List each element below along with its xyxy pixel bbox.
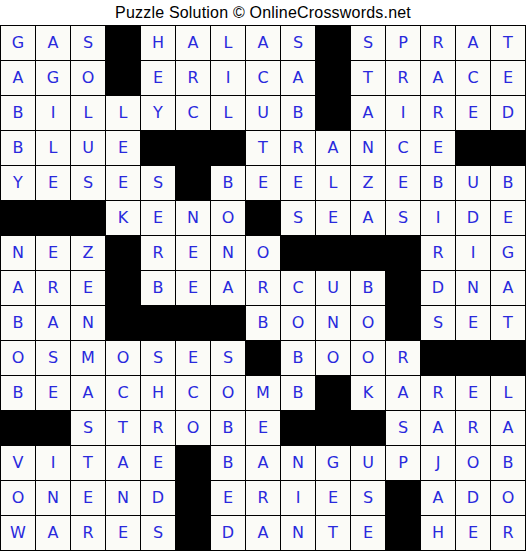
cell-r12c15: A bbox=[491, 411, 526, 446]
cell-r7c7: N bbox=[211, 236, 246, 271]
cell-r5c4: E bbox=[106, 166, 141, 201]
cell-r5c14: U bbox=[456, 166, 491, 201]
black-cell-r1c4 bbox=[106, 26, 141, 61]
cell-r5c9: E bbox=[281, 166, 316, 201]
cell-r10c3: M bbox=[71, 341, 106, 376]
crossword-grid: GASHALASSPRATAGOERICATRACEBILLYCLUBAIRED… bbox=[0, 25, 526, 551]
black-cell-r3c10 bbox=[316, 96, 351, 131]
black-cell-r11c10 bbox=[316, 376, 351, 411]
cell-r13c11: U bbox=[351, 446, 386, 481]
cell-r4c2: L bbox=[36, 131, 71, 166]
black-cell-r4c14 bbox=[456, 131, 491, 166]
cell-r9c8: B bbox=[246, 306, 281, 341]
cell-r1c12: P bbox=[386, 26, 421, 61]
page-title: Puzzle Solution © OnlineCrosswords.net bbox=[0, 0, 526, 25]
black-cell-r4c6 bbox=[176, 131, 211, 166]
cell-r6c14: D bbox=[456, 201, 491, 236]
cell-r7c5: R bbox=[141, 236, 176, 271]
cell-r14c1: O bbox=[1, 481, 36, 516]
black-cell-r12c11 bbox=[351, 411, 386, 446]
cell-r1c11: S bbox=[351, 26, 386, 61]
cell-r13c15: B bbox=[491, 446, 526, 481]
cell-r9c1: B bbox=[1, 306, 36, 341]
cell-r12c3: S bbox=[71, 411, 106, 446]
black-cell-r12c1 bbox=[1, 411, 36, 446]
cell-r10c10: O bbox=[316, 341, 351, 376]
cell-r15c8: A bbox=[246, 516, 281, 551]
cell-r1c7: L bbox=[211, 26, 246, 61]
cell-r15c5: S bbox=[141, 516, 176, 551]
cell-r3c1: B bbox=[1, 96, 36, 131]
cell-r8c7: A bbox=[211, 271, 246, 306]
cell-r7c2: E bbox=[36, 236, 71, 271]
black-cell-r9c12 bbox=[386, 306, 421, 341]
cell-r4c11: N bbox=[351, 131, 386, 166]
cell-r2c2: G bbox=[36, 61, 71, 96]
cell-r15c1: W bbox=[1, 516, 36, 551]
cell-r7c14: I bbox=[456, 236, 491, 271]
black-cell-r10c15 bbox=[491, 341, 526, 376]
cell-r5c3: S bbox=[71, 166, 106, 201]
cell-r11c9: B bbox=[281, 376, 316, 411]
cell-r1c6: A bbox=[176, 26, 211, 61]
cell-r3c12: I bbox=[386, 96, 421, 131]
black-cell-r6c3 bbox=[71, 201, 106, 236]
black-cell-r6c2 bbox=[36, 201, 71, 236]
cell-r7c3: Z bbox=[71, 236, 106, 271]
cell-r14c3: E bbox=[71, 481, 106, 516]
cell-r9c3: N bbox=[71, 306, 106, 341]
cell-r15c2: A bbox=[36, 516, 71, 551]
black-cell-r6c8 bbox=[246, 201, 281, 236]
cell-r6c6: N bbox=[176, 201, 211, 236]
cell-r11c4: C bbox=[106, 376, 141, 411]
cell-r15c4: E bbox=[106, 516, 141, 551]
cell-r12c5: R bbox=[141, 411, 176, 446]
cell-r5c1: Y bbox=[1, 166, 36, 201]
cell-r1c14: A bbox=[456, 26, 491, 61]
cell-r8c1: A bbox=[1, 271, 36, 306]
cell-r14c5: D bbox=[141, 481, 176, 516]
cell-r13c12: P bbox=[386, 446, 421, 481]
cell-r13c4: A bbox=[106, 446, 141, 481]
cell-r12c14: R bbox=[456, 411, 491, 446]
cell-r5c11: Z bbox=[351, 166, 386, 201]
cell-r10c12: R bbox=[386, 341, 421, 376]
black-cell-r7c11 bbox=[351, 236, 386, 271]
cell-r2c15: E bbox=[491, 61, 526, 96]
cell-r8c6: E bbox=[176, 271, 211, 306]
cell-r14c14: D bbox=[456, 481, 491, 516]
cell-r5c13: B bbox=[421, 166, 456, 201]
cell-r8c14: N bbox=[456, 271, 491, 306]
black-cell-r8c12 bbox=[386, 271, 421, 306]
cell-r12c7: B bbox=[211, 411, 246, 446]
cell-r3c9: B bbox=[281, 96, 316, 131]
cell-r11c2: E bbox=[36, 376, 71, 411]
cell-r8c11: B bbox=[351, 271, 386, 306]
black-cell-r9c6 bbox=[176, 306, 211, 341]
cell-r9c10: N bbox=[316, 306, 351, 341]
cell-r4c1: B bbox=[1, 131, 36, 166]
black-cell-r4c15 bbox=[491, 131, 526, 166]
cell-r13c3: T bbox=[71, 446, 106, 481]
cell-r5c7: B bbox=[211, 166, 246, 201]
cell-r6c9: S bbox=[281, 201, 316, 236]
cell-r3c14: E bbox=[456, 96, 491, 131]
cell-r7c15: G bbox=[491, 236, 526, 271]
cell-r8c5: B bbox=[141, 271, 176, 306]
cell-r11c6: C bbox=[176, 376, 211, 411]
cell-r6c11: A bbox=[351, 201, 386, 236]
black-cell-r9c5 bbox=[141, 306, 176, 341]
cell-r4c13: E bbox=[421, 131, 456, 166]
cell-r11c14: E bbox=[456, 376, 491, 411]
cell-r1c15: T bbox=[491, 26, 526, 61]
cell-r5c2: E bbox=[36, 166, 71, 201]
cell-r13c7: B bbox=[211, 446, 246, 481]
black-cell-r12c9 bbox=[281, 411, 316, 446]
cell-r15c13: H bbox=[421, 516, 456, 551]
cell-r1c3: S bbox=[71, 26, 106, 61]
cell-r9c14: E bbox=[456, 306, 491, 341]
cell-r9c15: T bbox=[491, 306, 526, 341]
cell-r15c11: E bbox=[351, 516, 386, 551]
cell-r6c15: E bbox=[491, 201, 526, 236]
cell-r5c5: S bbox=[141, 166, 176, 201]
cell-r9c11: O bbox=[351, 306, 386, 341]
black-cell-r9c7 bbox=[211, 306, 246, 341]
cell-r8c13: D bbox=[421, 271, 456, 306]
cell-r9c13: S bbox=[421, 306, 456, 341]
black-cell-r10c14 bbox=[456, 341, 491, 376]
cell-r11c11: K bbox=[351, 376, 386, 411]
black-cell-r12c10 bbox=[316, 411, 351, 446]
cell-r9c9: O bbox=[281, 306, 316, 341]
cell-r7c13: R bbox=[421, 236, 456, 271]
cell-r6c5: E bbox=[141, 201, 176, 236]
cell-r10c2: S bbox=[36, 341, 71, 376]
black-cell-r2c4 bbox=[106, 61, 141, 96]
black-cell-r14c12 bbox=[386, 481, 421, 516]
cell-r8c2: R bbox=[36, 271, 71, 306]
cell-r12c12: S bbox=[386, 411, 421, 446]
cell-r5c10: L bbox=[316, 166, 351, 201]
black-cell-r7c4 bbox=[106, 236, 141, 271]
cell-r10c9: B bbox=[281, 341, 316, 376]
cell-r15c15: R bbox=[491, 516, 526, 551]
cell-r3c8: U bbox=[246, 96, 281, 131]
cell-r6c12: S bbox=[386, 201, 421, 236]
cell-r13c9: N bbox=[281, 446, 316, 481]
cell-r3c6: C bbox=[176, 96, 211, 131]
cell-r8c8: R bbox=[246, 271, 281, 306]
cell-r11c5: H bbox=[141, 376, 176, 411]
cell-r4c4: E bbox=[106, 131, 141, 166]
black-cell-r7c9 bbox=[281, 236, 316, 271]
cell-r12c6: O bbox=[176, 411, 211, 446]
cell-r14c2: N bbox=[36, 481, 71, 516]
cell-r8c15: A bbox=[491, 271, 526, 306]
cell-r15c9: N bbox=[281, 516, 316, 551]
cell-r3c15: D bbox=[491, 96, 526, 131]
cell-r3c11: A bbox=[351, 96, 386, 131]
cell-r13c13: J bbox=[421, 446, 456, 481]
cell-r2c8: C bbox=[246, 61, 281, 96]
cell-r12c13: A bbox=[421, 411, 456, 446]
black-cell-r15c12 bbox=[386, 516, 421, 551]
cell-r8c9: C bbox=[281, 271, 316, 306]
cell-r4c12: C bbox=[386, 131, 421, 166]
cell-r14c4: N bbox=[106, 481, 141, 516]
black-cell-r12c2 bbox=[36, 411, 71, 446]
cell-r6c13: I bbox=[421, 201, 456, 236]
cell-r4c3: U bbox=[71, 131, 106, 166]
cell-r14c8: R bbox=[246, 481, 281, 516]
black-cell-r8c4 bbox=[106, 271, 141, 306]
cell-r3c3: L bbox=[71, 96, 106, 131]
cell-r1c2: A bbox=[36, 26, 71, 61]
cell-r10c4: O bbox=[106, 341, 141, 376]
cell-r10c1: O bbox=[1, 341, 36, 376]
black-cell-r4c7 bbox=[211, 131, 246, 166]
cell-r4c10: A bbox=[316, 131, 351, 166]
black-cell-r15c6 bbox=[176, 516, 211, 551]
black-cell-r2c10 bbox=[316, 61, 351, 96]
cell-r12c4: T bbox=[106, 411, 141, 446]
cell-r2c9: A bbox=[281, 61, 316, 96]
cell-r6c4: K bbox=[106, 201, 141, 236]
cell-r8c10: U bbox=[316, 271, 351, 306]
cell-r7c8: O bbox=[246, 236, 281, 271]
black-cell-r9c4 bbox=[106, 306, 141, 341]
cell-r13c10: G bbox=[316, 446, 351, 481]
cell-r7c6: E bbox=[176, 236, 211, 271]
cell-r11c3: A bbox=[71, 376, 106, 411]
black-cell-r7c10 bbox=[316, 236, 351, 271]
cell-r13c8: A bbox=[246, 446, 281, 481]
cell-r11c12: A bbox=[386, 376, 421, 411]
cell-r2c13: A bbox=[421, 61, 456, 96]
cell-r1c8: A bbox=[246, 26, 281, 61]
cell-r12c8: E bbox=[246, 411, 281, 446]
cell-r3c5: Y bbox=[141, 96, 176, 131]
cell-r8c3: E bbox=[71, 271, 106, 306]
puzzle-solution-page: Puzzle Solution © OnlineCrosswords.net G… bbox=[0, 0, 526, 551]
cell-r5c12: E bbox=[386, 166, 421, 201]
cell-r15c10: T bbox=[316, 516, 351, 551]
cell-r13c1: V bbox=[1, 446, 36, 481]
cell-r6c7: O bbox=[211, 201, 246, 236]
cell-r9c2: A bbox=[36, 306, 71, 341]
cell-r5c15: B bbox=[491, 166, 526, 201]
cell-r4c9: R bbox=[281, 131, 316, 166]
cell-r2c7: I bbox=[211, 61, 246, 96]
cell-r2c3: O bbox=[71, 61, 106, 96]
cell-r14c13: A bbox=[421, 481, 456, 516]
cell-r10c5: S bbox=[141, 341, 176, 376]
cell-r2c14: C bbox=[456, 61, 491, 96]
cell-r6c10: E bbox=[316, 201, 351, 236]
black-cell-r6c1 bbox=[1, 201, 36, 236]
cell-r2c12: R bbox=[386, 61, 421, 96]
cell-r13c5: E bbox=[141, 446, 176, 481]
black-cell-r10c8 bbox=[246, 341, 281, 376]
cell-r14c10: E bbox=[316, 481, 351, 516]
black-cell-r13c6 bbox=[176, 446, 211, 481]
cell-r11c1: B bbox=[1, 376, 36, 411]
cell-r14c11: S bbox=[351, 481, 386, 516]
cell-r4c8: T bbox=[246, 131, 281, 166]
cell-r11c8: M bbox=[246, 376, 281, 411]
cell-r5c8: E bbox=[246, 166, 281, 201]
cell-r13c2: I bbox=[36, 446, 71, 481]
cell-r1c9: S bbox=[281, 26, 316, 61]
cell-r14c9: I bbox=[281, 481, 316, 516]
cell-r3c2: I bbox=[36, 96, 71, 131]
black-cell-r10c13 bbox=[421, 341, 456, 376]
cell-r11c15: L bbox=[491, 376, 526, 411]
black-cell-r4c5 bbox=[141, 131, 176, 166]
cell-r10c11: O bbox=[351, 341, 386, 376]
cell-r2c6: R bbox=[176, 61, 211, 96]
cell-r10c7: S bbox=[211, 341, 246, 376]
cell-r14c15: O bbox=[491, 481, 526, 516]
cell-r1c1: G bbox=[1, 26, 36, 61]
cell-r15c3: R bbox=[71, 516, 106, 551]
cell-r11c13: R bbox=[421, 376, 456, 411]
black-cell-r5c6 bbox=[176, 166, 211, 201]
cell-r2c11: T bbox=[351, 61, 386, 96]
black-cell-r7c12 bbox=[386, 236, 421, 271]
cell-r10c6: E bbox=[176, 341, 211, 376]
cell-r14c7: E bbox=[211, 481, 246, 516]
cell-r1c5: H bbox=[141, 26, 176, 61]
cell-r11c7: O bbox=[211, 376, 246, 411]
black-cell-r14c6 bbox=[176, 481, 211, 516]
cell-r13c14: O bbox=[456, 446, 491, 481]
black-cell-r1c10 bbox=[316, 26, 351, 61]
cell-r7c1: N bbox=[1, 236, 36, 271]
cell-r1c13: R bbox=[421, 26, 456, 61]
cell-r15c14: E bbox=[456, 516, 491, 551]
cell-r2c5: E bbox=[141, 61, 176, 96]
cell-r3c4: L bbox=[106, 96, 141, 131]
cell-r2c1: A bbox=[1, 61, 36, 96]
cell-r3c7: L bbox=[211, 96, 246, 131]
cell-r15c7: D bbox=[211, 516, 246, 551]
cell-r3c13: R bbox=[421, 96, 456, 131]
